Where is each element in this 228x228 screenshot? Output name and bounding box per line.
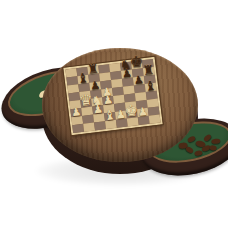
chess-board: ♜♞♚♝♟♜♟♟♟♝♛♞♟♟♟♝♟♚♟ <box>63 57 163 136</box>
piece-black-bishop-h5[interactable]: ♝ <box>142 78 158 93</box>
right-drawer-spare-piece[interactable] <box>211 138 221 144</box>
right-drawer-spare-piece[interactable] <box>194 150 203 157</box>
right-drawer-spare-piece[interactable] <box>185 146 194 155</box>
right-drawer-spare-piece[interactable] <box>209 145 217 151</box>
product-photo-scene: ♜♞♚♝♟♜♟♟♟♝♛♞♟♟♟♝♟♚♟ <box>0 0 228 228</box>
right-drawer-spare-piece[interactable] <box>187 135 196 143</box>
piece-white-pawn-a3[interactable]: ♟ <box>68 106 84 119</box>
piece-white-pawn-g2[interactable]: ♟ <box>135 106 151 119</box>
